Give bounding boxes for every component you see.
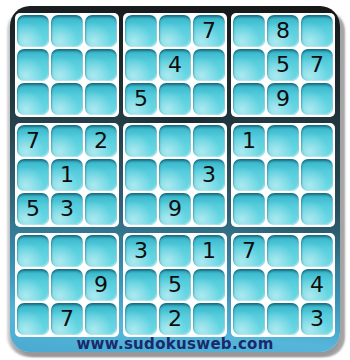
given-digit: 7: [310, 54, 324, 76]
cell-r8c7[interactable]: [233, 269, 265, 301]
given-digit: 9: [168, 198, 182, 220]
given-digit: 8: [276, 20, 290, 42]
cell-r9c3[interactable]: [85, 303, 117, 335]
given-digit: 3: [134, 240, 148, 262]
cell-r9c4[interactable]: [125, 303, 157, 335]
cell-r7c6: 1: [193, 235, 225, 267]
cell-r8c4[interactable]: [125, 269, 157, 301]
cell-r6c5: 9: [159, 193, 191, 225]
cell-r7c4: 3: [125, 235, 157, 267]
cell-r3c8: 9: [267, 83, 299, 115]
cell-r4c7: 1: [233, 125, 265, 157]
cell-r1c6: 7: [193, 15, 225, 47]
cell-r9c7[interactable]: [233, 303, 265, 335]
cell-r3c9[interactable]: [301, 83, 333, 115]
cell-r9c6[interactable]: [193, 303, 225, 335]
cell-r3c1[interactable]: [17, 83, 49, 115]
cell-r6c2: 3: [51, 193, 83, 225]
cell-r2c2[interactable]: [51, 49, 83, 81]
given-digit: 9: [94, 274, 108, 296]
cell-r3c2[interactable]: [51, 83, 83, 115]
website-url[interactable]: www.sudokusweb.com: [10, 335, 340, 352]
cell-r5c9[interactable]: [301, 159, 333, 191]
cell-r2c6[interactable]: [193, 49, 225, 81]
cell-r6c8[interactable]: [267, 193, 299, 225]
given-digit: 7: [60, 308, 74, 330]
given-digit: 3: [202, 164, 216, 186]
cell-r2c1[interactable]: [17, 49, 49, 81]
cell-r6c4[interactable]: [125, 193, 157, 225]
cell-r9c9: 3: [301, 303, 333, 335]
cell-r6c1: 5: [17, 193, 49, 225]
cell-r7c5[interactable]: [159, 235, 191, 267]
cell-r3c3[interactable]: [85, 83, 117, 115]
given-digit: 1: [202, 240, 216, 262]
given-digit: 1: [60, 164, 74, 186]
box-3-2: 3152: [123, 233, 227, 337]
cell-r5c2: 1: [51, 159, 83, 191]
given-digit: 3: [60, 198, 74, 220]
given-digit: 7: [26, 130, 40, 152]
cell-r5c3[interactable]: [85, 159, 117, 191]
cell-r6c7[interactable]: [233, 193, 265, 225]
cell-r1c1[interactable]: [17, 15, 49, 47]
cell-r8c1[interactable]: [17, 269, 49, 301]
given-digit: 2: [168, 308, 182, 330]
box-2-1: 72153: [15, 123, 119, 227]
cell-r2c4[interactable]: [125, 49, 157, 81]
given-digit: 5: [26, 198, 40, 220]
cell-r2c3[interactable]: [85, 49, 117, 81]
cell-r6c6[interactable]: [193, 193, 225, 225]
box-1-2: 745: [123, 13, 227, 117]
cell-r4c3: 2: [85, 125, 117, 157]
box-1-1: [15, 13, 119, 117]
cell-r6c9[interactable]: [301, 193, 333, 225]
cell-r9c1[interactable]: [17, 303, 49, 335]
cell-r1c5[interactable]: [159, 15, 191, 47]
given-digit: 1: [242, 130, 256, 152]
cell-r1c9[interactable]: [301, 15, 333, 47]
box-3-1: 97: [15, 233, 119, 337]
cell-r1c4[interactable]: [125, 15, 157, 47]
sudoku-board-frame: 745857972153391973152743 www.sudokusweb.…: [10, 6, 340, 352]
sudoku-board: 745857972153391973152743: [15, 13, 335, 337]
cell-r4c9[interactable]: [301, 125, 333, 157]
cell-r7c8[interactable]: [267, 235, 299, 267]
cell-r6c3[interactable]: [85, 193, 117, 225]
given-digit: 7: [242, 240, 256, 262]
given-digit: 5: [168, 274, 182, 296]
cell-r4c8[interactable]: [267, 125, 299, 157]
given-digit: 7: [202, 20, 216, 42]
cell-r8c2[interactable]: [51, 269, 83, 301]
page: 745857972153391973152743 www.sudokusweb.…: [0, 0, 350, 360]
cell-r2c9: 7: [301, 49, 333, 81]
cell-r8c8[interactable]: [267, 269, 299, 301]
cell-r8c6[interactable]: [193, 269, 225, 301]
given-digit: 5: [276, 54, 290, 76]
given-digit: 2: [94, 130, 108, 152]
box-2-3: 1: [231, 123, 335, 227]
cell-r1c7[interactable]: [233, 15, 265, 47]
cell-r4c1: 7: [17, 125, 49, 157]
cell-r5c7[interactable]: [233, 159, 265, 191]
cell-r9c5: 2: [159, 303, 191, 335]
given-digit: 3: [310, 308, 324, 330]
cell-r5c6: 3: [193, 159, 225, 191]
cell-r7c9[interactable]: [301, 235, 333, 267]
cell-r1c8: 8: [267, 15, 299, 47]
cell-r1c2[interactable]: [51, 15, 83, 47]
cell-r3c4: 5: [125, 83, 157, 115]
cell-r2c7[interactable]: [233, 49, 265, 81]
cell-r4c5[interactable]: [159, 125, 191, 157]
cell-r8c9: 4: [301, 269, 333, 301]
cell-r4c2[interactable]: [51, 125, 83, 157]
given-digit: 4: [310, 274, 324, 296]
cell-r9c8[interactable]: [267, 303, 299, 335]
given-digit: 9: [276, 88, 290, 110]
cell-r3c6[interactable]: [193, 83, 225, 115]
cell-r7c2[interactable]: [51, 235, 83, 267]
cell-r5c5[interactable]: [159, 159, 191, 191]
given-digit: 5: [134, 88, 148, 110]
cell-r7c1[interactable]: [17, 235, 49, 267]
cell-r5c1[interactable]: [17, 159, 49, 191]
cell-r8c3: 9: [85, 269, 117, 301]
cell-r4c4[interactable]: [125, 125, 157, 157]
cell-r7c7: 7: [233, 235, 265, 267]
cell-r5c8[interactable]: [267, 159, 299, 191]
box-3-3: 743: [231, 233, 335, 337]
cell-r7c3[interactable]: [85, 235, 117, 267]
cell-r8c5: 5: [159, 269, 191, 301]
box-1-3: 8579: [231, 13, 335, 117]
cell-r5c4[interactable]: [125, 159, 157, 191]
cell-r2c8: 5: [267, 49, 299, 81]
cell-r2c5: 4: [159, 49, 191, 81]
cell-r3c5[interactable]: [159, 83, 191, 115]
cell-r1c3[interactable]: [85, 15, 117, 47]
cell-r4c6[interactable]: [193, 125, 225, 157]
box-2-2: 39: [123, 123, 227, 227]
given-digit: 4: [168, 54, 182, 76]
cell-r9c2: 7: [51, 303, 83, 335]
cell-r3c7[interactable]: [233, 83, 265, 115]
